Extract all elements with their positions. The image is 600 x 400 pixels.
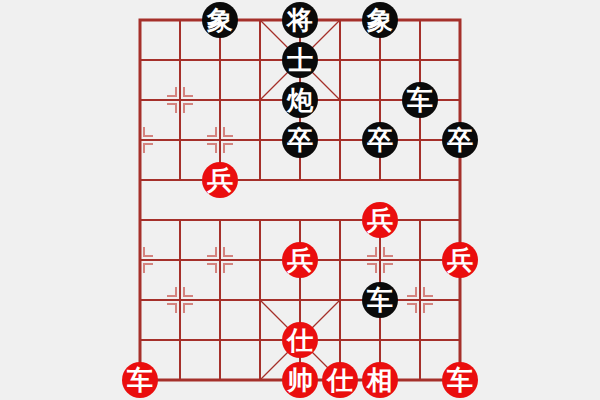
xiangqi-board[interactable]: 象将象士炮车卒卒卒车兵兵兵兵仕车帅仕相车 — [0, 0, 600, 400]
piece-red-advisor[interactable]: 仕 — [282, 322, 318, 358]
piece-glyph: 相 — [367, 362, 393, 398]
piece-glyph: 兵 — [367, 202, 393, 238]
piece-red-soldier[interactable]: 兵 — [442, 242, 478, 278]
piece-glyph: 将 — [287, 2, 313, 38]
piece-black-chariot[interactable]: 车 — [362, 282, 398, 318]
pieces-layer: 象将象士炮车卒卒卒车兵兵兵兵仕车帅仕相车 — [120, 0, 480, 400]
piece-glyph: 帅 — [287, 362, 313, 398]
piece-glyph: 兵 — [287, 242, 313, 278]
piece-red-soldier[interactable]: 兵 — [282, 242, 318, 278]
piece-red-soldier[interactable]: 兵 — [362, 202, 398, 238]
piece-black-soldier[interactable]: 卒 — [362, 122, 398, 158]
piece-glyph: 象 — [207, 2, 233, 38]
piece-glyph: 士 — [287, 42, 313, 78]
piece-black-soldier[interactable]: 卒 — [442, 122, 478, 158]
piece-red-elephant[interactable]: 相 — [362, 362, 398, 398]
piece-glyph: 仕 — [327, 362, 353, 398]
piece-red-soldier[interactable]: 兵 — [202, 162, 238, 198]
piece-glyph: 卒 — [447, 122, 473, 158]
piece-black-chariot[interactable]: 车 — [402, 82, 438, 118]
piece-glyph: 车 — [447, 362, 473, 398]
piece-glyph: 兵 — [447, 242, 473, 278]
xiangqi-app-screen: 象将象士炮车卒卒卒车兵兵兵兵仕车帅仕相车 — [0, 0, 600, 400]
piece-glyph: 车 — [407, 82, 433, 118]
piece-glyph: 象 — [367, 2, 393, 38]
piece-glyph: 炮 — [287, 82, 313, 118]
piece-glyph: 车 — [127, 362, 153, 398]
piece-black-general[interactable]: 将 — [282, 2, 318, 38]
piece-glyph: 卒 — [367, 122, 393, 158]
piece-black-cannon[interactable]: 炮 — [282, 82, 318, 118]
piece-red-general[interactable]: 帅 — [282, 362, 318, 398]
piece-red-chariot[interactable]: 车 — [122, 362, 158, 398]
piece-black-elephant[interactable]: 象 — [362, 2, 398, 38]
piece-black-advisor[interactable]: 士 — [282, 42, 318, 78]
piece-glyph: 仕 — [287, 322, 313, 358]
piece-red-chariot[interactable]: 车 — [442, 362, 478, 398]
piece-glyph: 兵 — [207, 162, 233, 198]
piece-red-advisor[interactable]: 仕 — [322, 362, 358, 398]
piece-black-soldier[interactable]: 卒 — [282, 122, 318, 158]
piece-black-elephant[interactable]: 象 — [202, 2, 238, 38]
piece-glyph: 卒 — [287, 122, 313, 158]
piece-glyph: 车 — [367, 282, 393, 318]
